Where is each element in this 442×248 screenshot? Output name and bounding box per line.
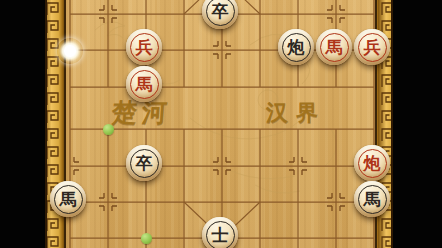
move-dot: [103, 124, 114, 135]
piece-character: 炮: [288, 39, 305, 56]
piece-black-advisor-r8c4[interactable]: 士: [202, 217, 238, 248]
piece-character: 馬: [136, 76, 153, 93]
xiangqi-game-screen: 楚河 汉界 卒兵炮馬兵馬卒炮馬馬士: [0, 0, 442, 248]
piece-black-horse-r7c8[interactable]: 馬: [354, 181, 390, 217]
piece-face: 卒: [130, 149, 159, 178]
piece-face: 馬: [54, 185, 83, 214]
piece-character: 卒: [136, 155, 153, 172]
piece-face: 炮: [358, 149, 387, 178]
piece-face: 炮: [282, 33, 311, 62]
letterbox-bar-left: [0, 0, 45, 248]
white-glow-highlight: [57, 38, 83, 64]
piece-face: 兵: [130, 33, 159, 62]
piece-character: 兵: [364, 39, 381, 56]
piece-character: 馬: [326, 39, 343, 56]
piece-character: 馬: [364, 191, 381, 208]
piece-red-horse-r3c7[interactable]: 馬: [316, 29, 352, 65]
river-label-han-jie: 汉界: [266, 98, 326, 128]
piece-face: 馬: [320, 33, 349, 62]
letterbox-bar-right: [393, 0, 442, 248]
piece-red-soldier-r3c2[interactable]: 兵: [126, 29, 162, 65]
piece-character: 馬: [60, 191, 77, 208]
piece-red-cannon-r6c8[interactable]: 炮: [354, 145, 390, 181]
piece-character: 炮: [364, 155, 381, 172]
piece-character: 兵: [136, 39, 153, 56]
piece-red-soldier-r3c8[interactable]: 兵: [354, 29, 390, 65]
piece-black-horse-r7c0[interactable]: 馬: [50, 181, 86, 217]
piece-character: 卒: [212, 3, 229, 20]
piece-black-cannon-r3c6[interactable]: 炮: [278, 29, 314, 65]
piece-face: 士: [206, 221, 235, 248]
piece-character: 士: [212, 227, 229, 244]
piece-red-horse-r4c2[interactable]: 馬: [126, 66, 162, 102]
piece-face: 卒: [206, 0, 235, 26]
piece-black-soldier-r6c2[interactable]: 卒: [126, 145, 162, 181]
piece-face: 馬: [130, 70, 159, 99]
move-dot: [141, 233, 152, 244]
piece-face: 馬: [358, 185, 387, 214]
piece-face: 兵: [358, 33, 387, 62]
